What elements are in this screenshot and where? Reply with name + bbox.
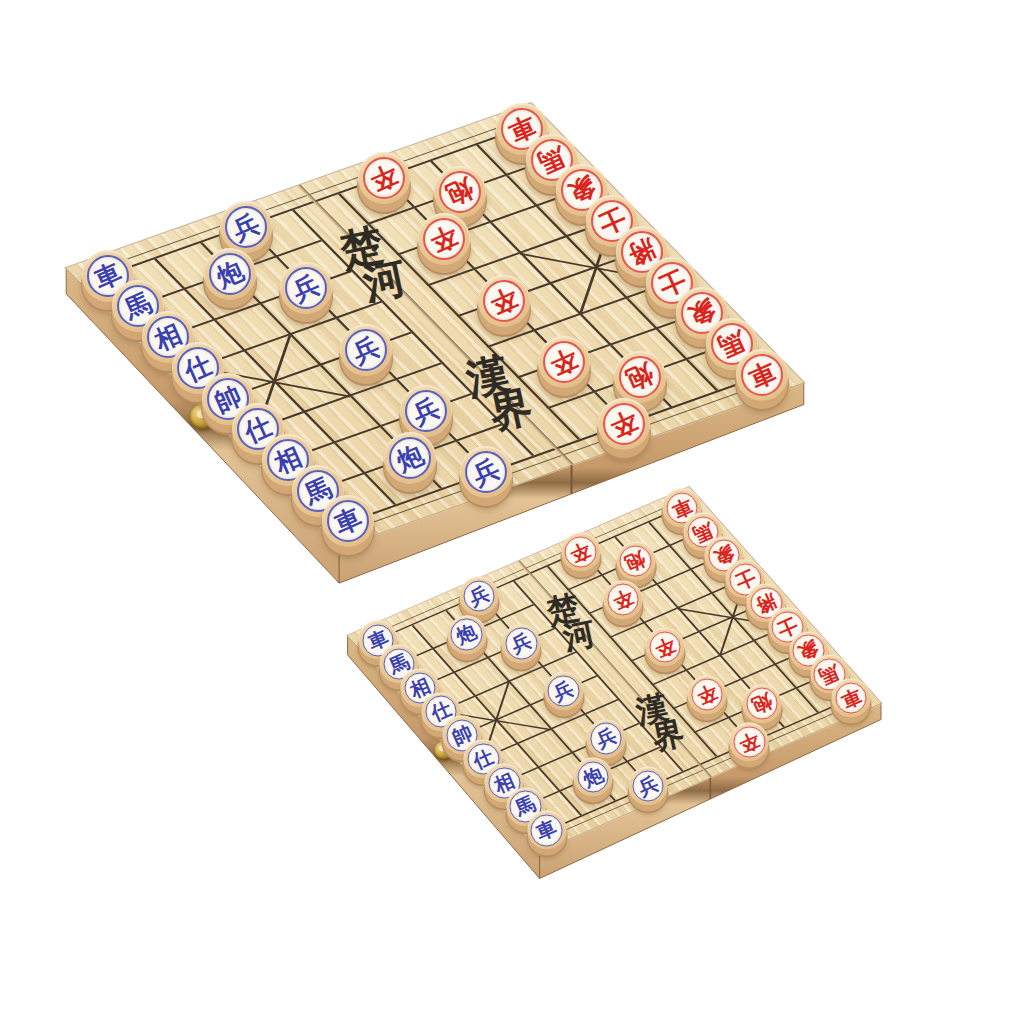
- piece-character: 卒: [694, 682, 720, 708]
- piece-face: 兵: [632, 770, 664, 802]
- piece-blue-soldier[interactable]: 兵: [629, 767, 668, 806]
- piece-face: 兵: [590, 723, 622, 755]
- piece-blue-soldier[interactable]: 兵: [502, 624, 541, 663]
- piece-face: 炮: [577, 761, 609, 793]
- piece-character: 炮: [454, 622, 480, 648]
- piece-character: 兵: [551, 678, 577, 704]
- piece-face: 車: [531, 815, 563, 847]
- piece-character: 兵: [635, 773, 661, 799]
- piece-red-chariot[interactable]: 車: [831, 679, 870, 718]
- piece-face: 炮: [746, 688, 778, 720]
- piece-face: 炮: [620, 545, 652, 577]
- piece-character: 兵: [593, 726, 619, 752]
- piece-character: 兵: [509, 631, 535, 657]
- piece-character: 兵: [466, 583, 492, 609]
- piece-face: 兵: [548, 675, 580, 707]
- piece-face: 車: [835, 682, 867, 714]
- piece-character: 卒: [737, 729, 763, 755]
- piece-face: 卒: [691, 679, 723, 711]
- piece-red-soldier[interactable]: 卒: [646, 628, 685, 667]
- piece-red-soldier[interactable]: 卒: [730, 723, 769, 762]
- piece-face: 兵: [463, 580, 495, 612]
- xiangqi-set-small: 楚河漢界車馬卒象炮士兵卒將士炮車兵卒象馬馬相兵卒車炮仕帥兵卒仕炮相兵馬車: [0, 0, 1024, 1024]
- river-label-char-right: 界: [649, 716, 686, 753]
- piece-blue-soldier[interactable]: 兵: [544, 672, 583, 711]
- piece-red-cannon[interactable]: 炮: [743, 684, 782, 723]
- piece-red-soldier[interactable]: 卒: [561, 533, 600, 572]
- piece-red-soldier[interactable]: 卒: [688, 675, 727, 714]
- river-label-char-left: 河: [561, 616, 598, 653]
- piece-character: 炮: [749, 691, 775, 717]
- piece-red-soldier[interactable]: 卒: [603, 580, 642, 619]
- piece-character: 車: [838, 685, 864, 711]
- piece-blue-soldier[interactable]: 兵: [460, 577, 499, 616]
- piece-face: 卒: [607, 584, 639, 616]
- piece-face: 炮: [451, 619, 483, 651]
- piece-face: 卒: [649, 631, 681, 663]
- piece-red-cannon[interactable]: 炮: [616, 542, 655, 581]
- piece-blue-soldier[interactable]: 兵: [586, 719, 625, 758]
- piece-blue-cannon[interactable]: 炮: [574, 758, 613, 797]
- piece-character: 卒: [568, 539, 594, 565]
- piece-character: 卒: [610, 587, 636, 613]
- piece-face: 兵: [506, 628, 538, 660]
- piece-blue-chariot[interactable]: 車: [527, 811, 566, 850]
- piece-character: 車: [534, 817, 560, 843]
- piece-face: 卒: [734, 726, 766, 758]
- piece-face: 卒: [565, 536, 597, 568]
- pieces-layer: 楚河漢界車馬卒象炮士兵卒將士炮車兵卒象馬馬相兵卒車炮仕帥兵卒仕炮相兵馬車: [0, 0, 1024, 1024]
- piece-blue-cannon[interactable]: 炮: [447, 615, 486, 654]
- piece-character: 卒: [652, 634, 678, 660]
- piece-character: 炮: [623, 548, 649, 574]
- product-photo-scene: 楚河漢界車馬卒象炮士兵卒將炮車士兵卒馬象相馬兵卒仕車炮帥兵卒仕炮相兵馬車: [0, 0, 1024, 1024]
- piece-character: 炮: [580, 764, 606, 790]
